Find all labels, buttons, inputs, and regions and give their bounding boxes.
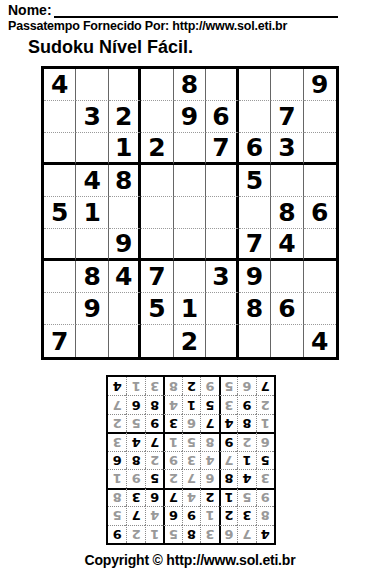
- puzzle-cell: 6: [271, 293, 303, 325]
- solution-cell: 8: [256, 506, 274, 524]
- solution-cell: 3: [219, 395, 237, 413]
- solution-cell: 4: [108, 377, 126, 395]
- puzzle-cell: [271, 325, 303, 357]
- puzzle-cell: [206, 325, 238, 357]
- solution-cell: 2: [182, 377, 200, 395]
- solution-cell: 9: [256, 488, 274, 506]
- solution-cell: 4: [256, 525, 274, 543]
- puzzle-cell: 9: [174, 101, 206, 133]
- solution-cell: 2: [237, 432, 255, 450]
- solution-cell: 8: [145, 395, 163, 413]
- solution-cell: 1: [182, 395, 200, 413]
- puzzle-cell: 5: [239, 165, 271, 197]
- solution-cell: 3: [163, 414, 181, 432]
- solution-cell: 4: [182, 488, 200, 506]
- solution-cell: 1: [219, 488, 237, 506]
- puzzle-cell: 5: [44, 197, 76, 229]
- name-blank-line: [54, 3, 338, 18]
- solution-cell: 1: [126, 377, 144, 395]
- solution-cell: 7: [145, 432, 163, 450]
- puzzle-cell: 2: [109, 101, 141, 133]
- puzzle-cell: 4: [304, 325, 336, 357]
- name-label: Nome:: [8, 2, 52, 18]
- puzzle-cell: [174, 133, 206, 165]
- solution-cell: 8: [200, 432, 218, 450]
- solution-cell: 7: [108, 395, 126, 413]
- puzzle-cell: [76, 133, 108, 165]
- puzzle-cell: 7: [206, 133, 238, 165]
- solution-cell: 8: [219, 469, 237, 487]
- puzzle-cell: [109, 197, 141, 229]
- solution-cell: 4: [126, 432, 144, 450]
- puzzle-cell: 8: [239, 293, 271, 325]
- puzzle-cell: [141, 325, 173, 357]
- puzzle-cell: [304, 293, 336, 325]
- puzzle-cell: [239, 101, 271, 133]
- puzzle-cell: [141, 165, 173, 197]
- solution-cell: 8: [126, 451, 144, 469]
- puzzle-cell: 9: [76, 293, 108, 325]
- solution-cell: 6: [237, 377, 255, 395]
- solution-cell: 3: [237, 506, 255, 524]
- copyright-text: Copyright © http://www.sol.eti.br: [0, 552, 380, 568]
- puzzle-cell: [206, 229, 238, 261]
- solution-cell: 9: [200, 377, 218, 395]
- puzzle-cell: [109, 69, 141, 101]
- solution-cell: 4: [163, 395, 181, 413]
- puzzle-cell: [239, 69, 271, 101]
- puzzle-cell: 8: [271, 197, 303, 229]
- solution-cell: 3: [126, 488, 144, 506]
- solution-cell: 6: [200, 469, 218, 487]
- puzzle-cell: [206, 69, 238, 101]
- puzzle-cell: 2: [174, 325, 206, 357]
- solution-cell: 7: [200, 414, 218, 432]
- solution-cell: 9: [108, 525, 126, 543]
- solution-cell: 5: [145, 469, 163, 487]
- solution-cell: 3: [256, 469, 274, 487]
- puzzle-cell: 4: [44, 69, 76, 101]
- solution-cell: 5: [200, 395, 218, 413]
- puzzle-cell: 8: [174, 69, 206, 101]
- printable-sudoku-page: Nome: Passatempo Fornecido Por: http://w…: [0, 0, 380, 585]
- puzzle-cell: [44, 293, 76, 325]
- puzzle-cell: [174, 229, 206, 261]
- solution-cell: 9: [126, 469, 144, 487]
- puzzle-cell: [304, 133, 336, 165]
- puzzle-cell: [304, 261, 336, 293]
- puzzle-cell: [174, 165, 206, 197]
- solution-cell: 7: [219, 451, 237, 469]
- puzzle-cell: [304, 165, 336, 197]
- solution-cell: 5: [126, 414, 144, 432]
- solution-cell: 8: [237, 414, 255, 432]
- sudoku-puzzle-grid: 489329671276348551869748473995186724: [41, 66, 339, 360]
- puzzle-cell: [271, 69, 303, 101]
- solution-cell: 5: [256, 451, 274, 469]
- solution-cell: 9: [145, 414, 163, 432]
- solution-cell: 5: [182, 432, 200, 450]
- name-row: Nome:: [8, 2, 338, 18]
- puzzle-cell: 6: [206, 101, 238, 133]
- puzzle-cell: [174, 261, 206, 293]
- puzzle-cell: 4: [76, 165, 108, 197]
- puzzle-cell: [206, 197, 238, 229]
- solution-cell: 1: [200, 506, 218, 524]
- puzzle-cell: 3: [206, 261, 238, 293]
- solution-cell: 5: [163, 525, 181, 543]
- solution-cell: 1: [237, 451, 255, 469]
- solution-cell: 1: [256, 414, 274, 432]
- solution-cell: 3: [182, 451, 200, 469]
- solution-cell: 5: [219, 377, 237, 395]
- puzzle-cell: 6: [304, 197, 336, 229]
- puzzle-cell: 9: [109, 229, 141, 261]
- puzzle-cell: 3: [271, 133, 303, 165]
- puzzle-cell: [206, 293, 238, 325]
- solution-cell: 4: [219, 414, 237, 432]
- solution-cell: 9: [219, 432, 237, 450]
- puzzle-cell: 7: [44, 325, 76, 357]
- solution-cell: 7: [126, 506, 144, 524]
- solution-cell: 1: [108, 469, 126, 487]
- solution-cell: 6: [256, 432, 274, 450]
- solution-cell: 1: [145, 525, 163, 543]
- puzzle-cell: 3: [76, 101, 108, 133]
- solution-cell: 2: [108, 414, 126, 432]
- puzzle-cell: [44, 165, 76, 197]
- puzzle-cell: 7: [239, 229, 271, 261]
- solution-cell: 2: [200, 488, 218, 506]
- solution-cell: 6: [182, 414, 200, 432]
- solution-cell: 3: [145, 377, 163, 395]
- puzzle-cell: [304, 101, 336, 133]
- puzzle-cell: 7: [271, 101, 303, 133]
- puzzle-cell: 6: [239, 133, 271, 165]
- puzzle-cell: 4: [109, 261, 141, 293]
- puzzle-cell: [109, 293, 141, 325]
- solution-cell: 2: [219, 506, 237, 524]
- puzzle-cell: 2: [141, 133, 173, 165]
- solution-cell: 7: [237, 525, 255, 543]
- solution-cell: 6: [126, 395, 144, 413]
- puzzle-cell: [76, 229, 108, 261]
- puzzle-cell: [271, 165, 303, 197]
- solution-cell: 4: [200, 451, 218, 469]
- puzzle-cell: 8: [109, 165, 141, 197]
- solution-cell: 2: [126, 525, 144, 543]
- solution-cell: 7: [182, 469, 200, 487]
- sudoku-solution-grid-rotated: 4763851298321964759512476383486725915174…: [106, 375, 276, 545]
- solution-cell: 9: [163, 451, 181, 469]
- puzzle-cell: 1: [109, 133, 141, 165]
- puzzle-cell: [141, 229, 173, 261]
- solution-cell: 6: [219, 525, 237, 543]
- puzzle-cell: [141, 101, 173, 133]
- puzzle-cell: [44, 101, 76, 133]
- puzzle-cell: [239, 325, 271, 357]
- solution-cell: 3: [108, 432, 126, 450]
- puzzle-cell: 9: [304, 69, 336, 101]
- puzzle-cell: 8: [76, 261, 108, 293]
- puzzle-cell: [76, 325, 108, 357]
- solution-cell: 8: [108, 488, 126, 506]
- puzzle-cell: [141, 69, 173, 101]
- solution-cell: 9: [237, 395, 255, 413]
- puzzle-cell: [44, 261, 76, 293]
- provider-text: Passatempo Fornecido Por: http://www.sol…: [8, 19, 287, 33]
- puzzle-cell: 1: [174, 293, 206, 325]
- puzzle-cell: [44, 229, 76, 261]
- puzzle-cell: [206, 165, 238, 197]
- puzzle-cell: [141, 197, 173, 229]
- solution-cell: 8: [182, 525, 200, 543]
- puzzle-cell: [271, 261, 303, 293]
- solution-cell: 2: [145, 451, 163, 469]
- solution-cell: 8: [163, 377, 181, 395]
- puzzle-cell: 5: [141, 293, 173, 325]
- page-title: Sudoku Nível Fácil.: [28, 37, 193, 58]
- puzzle-cell: 4: [271, 229, 303, 261]
- solution-cell: 1: [163, 432, 181, 450]
- solution-cell: 6: [145, 488, 163, 506]
- puzzle-cell: [76, 69, 108, 101]
- solution-cell: 6: [108, 451, 126, 469]
- solution-cell: 7: [163, 488, 181, 506]
- puzzle-cell: 7: [141, 261, 173, 293]
- solution-cell: 4: [237, 469, 255, 487]
- puzzle-cell: [304, 229, 336, 261]
- solution-cell: 5: [237, 488, 255, 506]
- puzzle-cell: [239, 197, 271, 229]
- puzzle-cell: [44, 133, 76, 165]
- puzzle-cell: 1: [76, 197, 108, 229]
- solution-cell: 6: [163, 506, 181, 524]
- solution-cell: 4: [145, 506, 163, 524]
- solution-cell: 7: [256, 377, 274, 395]
- puzzle-cell: 9: [239, 261, 271, 293]
- puzzle-cell: [109, 325, 141, 357]
- solution-cell: 5: [108, 506, 126, 524]
- solution-cell: 2: [163, 469, 181, 487]
- solution-cell: 2: [256, 395, 274, 413]
- puzzle-cell: [174, 197, 206, 229]
- solution-cell: 3: [200, 525, 218, 543]
- solution-cell: 9: [182, 506, 200, 524]
